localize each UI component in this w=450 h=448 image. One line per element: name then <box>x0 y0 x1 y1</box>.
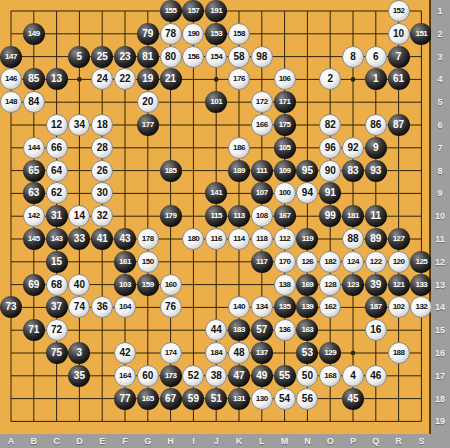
stone-white-102-R14[interactable]: 102 <box>388 296 410 318</box>
row-label-9: 9 <box>437 188 442 198</box>
column-label-S: S <box>418 436 424 446</box>
stone-black-111-L8[interactable]: 111 <box>251 160 273 182</box>
stone-black-71-B15[interactable]: 71 <box>23 319 45 341</box>
row-label-4: 4 <box>437 74 442 84</box>
stone-white-112-M11[interactable]: 112 <box>274 228 296 250</box>
star-point <box>214 77 219 82</box>
row-label-13: 13 <box>435 280 445 290</box>
stone-black-153-J2[interactable]: 153 <box>205 23 227 45</box>
stone-black-81-G3[interactable]: 81 <box>137 46 159 68</box>
stone-black-137-L16[interactable]: 137 <box>251 342 273 364</box>
stone-white-106-M4[interactable]: 106 <box>274 68 296 90</box>
row-label-1: 1 <box>437 6 442 16</box>
stone-white-178-G11[interactable]: 178 <box>137 228 159 250</box>
stone-white-58-K3[interactable]: 58 <box>228 46 250 68</box>
stone-black-21-H4[interactable]: 21 <box>160 68 182 90</box>
stone-white-154-J3[interactable]: 154 <box>205 46 227 68</box>
stone-black-43-F11[interactable]: 43 <box>114 228 136 250</box>
star-point <box>351 351 356 356</box>
stone-black-189-K8[interactable]: 189 <box>228 160 250 182</box>
stone-black-151-S2[interactable]: 151 <box>410 23 432 45</box>
stone-black-51-J18[interactable]: 51 <box>205 388 227 410</box>
column-label-R: R <box>395 436 402 446</box>
stone-black-103-F13[interactable]: 103 <box>114 274 136 296</box>
row-label-14: 14 <box>435 302 445 312</box>
row-label-11: 11 <box>435 234 445 244</box>
stone-black-79-G2[interactable]: 79 <box>137 23 159 45</box>
stone-white-56-N18[interactable]: 56 <box>296 388 318 410</box>
stone-white-10-R2[interactable]: 10 <box>388 23 410 45</box>
stone-white-66-C7[interactable]: 66 <box>46 137 68 159</box>
stone-black-121-R13[interactable]: 121 <box>388 274 410 296</box>
stone-white-46-Q17[interactable]: 46 <box>365 365 387 387</box>
row-label-3: 3 <box>437 52 442 62</box>
stone-white-76-H14[interactable]: 76 <box>160 296 182 318</box>
stone-black-159-G13[interactable]: 159 <box>137 274 159 296</box>
stone-black-9-Q7[interactable]: 9 <box>365 137 387 159</box>
stone-white-136-M15[interactable]: 136 <box>274 319 296 341</box>
stone-black-59-I18[interactable]: 59 <box>182 388 204 410</box>
column-label-L: L <box>259 436 265 446</box>
stone-white-12-C6[interactable]: 12 <box>46 114 68 136</box>
stone-white-124-P12[interactable]: 124 <box>342 251 364 273</box>
stone-black-169-N13[interactable]: 169 <box>296 274 318 296</box>
stone-white-90-O8[interactable]: 90 <box>319 160 341 182</box>
stone-white-130-L18[interactable]: 130 <box>251 388 273 410</box>
column-label-M: M <box>281 436 289 446</box>
stone-black-165-G18[interactable]: 165 <box>137 388 159 410</box>
stone-white-164-F17[interactable]: 164 <box>114 365 136 387</box>
stone-black-77-F18[interactable]: 77 <box>114 388 136 410</box>
stone-white-6-Q3[interactable]: 6 <box>365 46 387 68</box>
stone-black-167-M10[interactable]: 167 <box>274 205 296 227</box>
stone-white-80-H3[interactable]: 80 <box>160 46 182 68</box>
stone-white-170-M12[interactable]: 170 <box>274 251 296 273</box>
stone-white-42-F16[interactable]: 42 <box>114 342 136 364</box>
stone-white-16-Q15[interactable]: 16 <box>365 319 387 341</box>
column-label-A: A <box>8 436 15 446</box>
stone-white-88-P11[interactable]: 88 <box>342 228 364 250</box>
row-label-10: 10 <box>435 211 445 221</box>
stone-black-145-B11[interactable]: 145 <box>23 228 45 250</box>
column-label-D: D <box>76 436 83 446</box>
row-label-2: 2 <box>437 29 442 39</box>
stone-black-45-P18[interactable]: 45 <box>342 388 364 410</box>
stone-white-118-L11[interactable]: 118 <box>251 228 273 250</box>
stone-white-96-O7[interactable]: 96 <box>319 137 341 159</box>
column-label-K: K <box>236 436 243 446</box>
stone-black-175-M6[interactable]: 175 <box>274 114 296 136</box>
stone-black-147-A3[interactable]: 147 <box>0 46 22 68</box>
stone-black-57-L15[interactable]: 57 <box>251 319 273 341</box>
column-coordinate-strip: ABCDEFGHIJKLMNOPQRS <box>0 434 450 448</box>
stone-black-31-C10[interactable]: 31 <box>46 205 68 227</box>
stone-white-182-O12[interactable]: 182 <box>319 251 341 273</box>
stone-white-72-C15[interactable]: 72 <box>46 319 68 341</box>
stone-white-98-L3[interactable]: 98 <box>251 46 273 68</box>
go-board[interactable]: 1551571911521497978190153158101511475252… <box>0 0 431 436</box>
stone-white-48-K16[interactable]: 48 <box>228 342 250 364</box>
stone-black-133-S13[interactable]: 133 <box>410 274 432 296</box>
column-label-F: F <box>122 436 128 446</box>
column-label-G: G <box>144 436 151 446</box>
stone-black-49-L17[interactable]: 49 <box>251 365 273 387</box>
stone-black-177-G6[interactable]: 177 <box>137 114 159 136</box>
stone-white-144-B7[interactable]: 144 <box>23 137 45 159</box>
row-label-5: 5 <box>437 97 442 107</box>
stone-white-186-K7[interactable]: 186 <box>228 137 250 159</box>
stone-white-86-Q6[interactable]: 86 <box>365 114 387 136</box>
stone-white-54-M18[interactable]: 54 <box>274 388 296 410</box>
stone-black-143-C11[interactable]: 143 <box>46 228 68 250</box>
stone-white-8-P3[interactable]: 8 <box>342 46 364 68</box>
stone-black-125-S12[interactable]: 125 <box>410 251 432 273</box>
stone-white-128-O13[interactable]: 128 <box>319 274 341 296</box>
stone-black-55-M17[interactable]: 55 <box>274 365 296 387</box>
stone-black-131-K18[interactable]: 131 <box>228 388 250 410</box>
stone-black-67-H18[interactable]: 67 <box>160 388 182 410</box>
stone-black-87-R6[interactable]: 87 <box>388 114 410 136</box>
stone-black-105-M7[interactable]: 105 <box>274 137 296 159</box>
stone-black-93-Q8[interactable]: 93 <box>365 160 387 182</box>
stone-black-39-Q13[interactable]: 39 <box>365 274 387 296</box>
stone-black-23-F3[interactable]: 23 <box>114 46 136 68</box>
stone-white-92-P7[interactable]: 92 <box>342 137 364 159</box>
column-label-O: O <box>327 436 334 446</box>
stone-white-64-C8[interactable]: 64 <box>46 160 68 182</box>
stone-black-171-M5[interactable]: 171 <box>274 91 296 113</box>
stone-black-173-H17[interactable]: 173 <box>160 365 182 387</box>
stone-black-25-E3[interactable]: 25 <box>91 46 113 68</box>
stone-white-108-L10[interactable]: 108 <box>251 205 273 227</box>
stone-white-20-G5[interactable]: 20 <box>137 91 159 113</box>
column-label-H: H <box>167 436 174 446</box>
stone-black-161-F12[interactable]: 161 <box>114 251 136 273</box>
column-label-N: N <box>304 436 311 446</box>
stone-black-7-R3[interactable]: 7 <box>388 46 410 68</box>
row-label-7: 7 <box>437 143 442 153</box>
stone-black-117-L12[interactable]: 117 <box>251 251 273 273</box>
stone-white-166-L6[interactable]: 166 <box>251 114 273 136</box>
stone-black-69-B13[interactable]: 69 <box>23 274 45 296</box>
column-label-E: E <box>99 436 105 446</box>
stone-white-152-R1[interactable]: 152 <box>388 0 410 22</box>
stone-white-28-E7[interactable]: 28 <box>91 137 113 159</box>
stone-black-47-K17[interactable]: 47 <box>228 365 250 387</box>
stone-white-68-C13[interactable]: 68 <box>46 274 68 296</box>
stone-black-155-H1[interactable]: 155 <box>160 0 182 22</box>
stone-white-188-R16[interactable]: 188 <box>388 342 410 364</box>
row-label-16: 16 <box>435 348 445 358</box>
stone-white-122-Q12[interactable]: 122 <box>365 251 387 273</box>
stone-white-78-H2[interactable]: 78 <box>160 23 182 45</box>
row-coordinate-strip: 12345678910111213141516171819 <box>431 0 450 434</box>
stone-white-38-J17[interactable]: 38 <box>205 365 227 387</box>
stone-black-179-H10[interactable]: 179 <box>160 205 182 227</box>
stone-white-84-B5[interactable]: 84 <box>23 91 45 113</box>
stone-white-4-P17[interactable]: 4 <box>342 365 364 387</box>
star-point <box>77 77 82 82</box>
stone-white-168-O17[interactable]: 168 <box>319 365 341 387</box>
stone-white-174-H16[interactable]: 174 <box>160 342 182 364</box>
row-label-15: 15 <box>435 325 445 335</box>
stone-white-62-C9[interactable]: 62 <box>46 182 68 204</box>
row-label-17: 17 <box>435 371 445 381</box>
column-label-Q: Q <box>372 436 379 446</box>
stone-black-61-R4[interactable]: 61 <box>388 68 410 90</box>
column-label-P: P <box>350 436 356 446</box>
stone-black-5-D3[interactable]: 5 <box>68 46 90 68</box>
row-label-19: 19 <box>435 416 445 426</box>
stone-black-65-B8[interactable]: 65 <box>23 160 45 182</box>
stone-white-132-S14[interactable]: 132 <box>410 296 432 318</box>
stone-black-13-C4[interactable]: 13 <box>46 68 68 90</box>
stone-white-26-E8[interactable]: 26 <box>91 160 113 182</box>
stone-white-40-D13[interactable]: 40 <box>68 274 90 296</box>
row-label-18: 18 <box>435 394 445 404</box>
stone-black-149-B2[interactable]: 149 <box>23 23 45 45</box>
stone-white-100-M9[interactable]: 100 <box>274 182 296 204</box>
stone-black-127-R11[interactable]: 127 <box>388 228 410 250</box>
stone-white-138-M13[interactable]: 138 <box>274 274 296 296</box>
stone-black-123-P13[interactable]: 123 <box>342 274 364 296</box>
row-label-8: 8 <box>437 166 442 176</box>
stone-black-185-H8[interactable]: 185 <box>160 160 182 182</box>
column-label-I: I <box>192 436 195 446</box>
stone-white-60-G17[interactable]: 60 <box>137 365 159 387</box>
row-label-12: 12 <box>435 257 445 267</box>
column-label-J: J <box>214 436 219 446</box>
go-board-diagram: 1551571911521497978190153158101511475252… <box>0 0 450 448</box>
row-label-6: 6 <box>437 120 442 130</box>
column-label-C: C <box>53 436 60 446</box>
stone-black-89-Q11[interactable]: 89 <box>365 228 387 250</box>
stone-black-11-Q10[interactable]: 11 <box>365 205 387 227</box>
stone-black-109-M8[interactable]: 109 <box>274 160 296 182</box>
stone-white-172-L5[interactable]: 172 <box>251 91 273 113</box>
stone-black-75-C16[interactable]: 75 <box>46 342 68 364</box>
stone-white-150-G12[interactable]: 150 <box>137 251 159 273</box>
column-label-B: B <box>31 436 38 446</box>
stone-black-37-C14[interactable]: 37 <box>46 296 68 318</box>
star-point <box>351 77 356 82</box>
stone-black-95-N8[interactable]: 95 <box>296 160 318 182</box>
stone-black-83-P8[interactable]: 83 <box>342 160 364 182</box>
stone-black-135-M14[interactable]: 135 <box>274 296 296 318</box>
stone-white-158-K2[interactable]: 158 <box>228 23 250 45</box>
stone-white-114-K11[interactable]: 114 <box>228 228 250 250</box>
stone-white-142-B10[interactable]: 142 <box>23 205 45 227</box>
stone-white-120-R12[interactable]: 120 <box>388 251 410 273</box>
stone-white-156-I3[interactable]: 156 <box>182 46 204 68</box>
stone-black-15-C12[interactable]: 15 <box>46 251 68 273</box>
stone-white-160-H13[interactable]: 160 <box>160 274 182 296</box>
